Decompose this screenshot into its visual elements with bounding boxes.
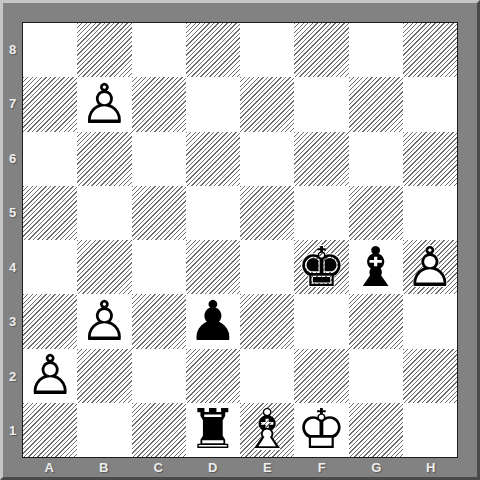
piece-fill: ♟ bbox=[184, 293, 241, 350]
square-b5[interactable] bbox=[77, 186, 131, 240]
square-e5[interactable] bbox=[240, 186, 294, 240]
square-h4[interactable]: ♟♙ bbox=[403, 240, 457, 294]
chess-board: ♟♙♚♚♝♝♟♙♟♙♟♟♟♙♜♜♝♗♚♔ bbox=[22, 22, 458, 458]
square-d6[interactable] bbox=[186, 132, 240, 186]
piece-white-pawn[interactable]: ♙ bbox=[77, 294, 131, 348]
file-labels: ABCDEFGH bbox=[22, 458, 458, 477]
file-label-e: E bbox=[240, 458, 295, 477]
square-h1[interactable] bbox=[403, 403, 457, 457]
piece-black-rook[interactable]: ♜ bbox=[186, 403, 240, 457]
board-frame: 87654321 ♟♙♚♚♝♝♟♙♟♙♟♟♟♙♜♜♝♗♚♔ ABCDEFGH bbox=[0, 0, 480, 480]
square-a2[interactable]: ♟♙ bbox=[23, 349, 77, 403]
square-f5[interactable] bbox=[294, 186, 348, 240]
square-a5[interactable] bbox=[23, 186, 77, 240]
piece-fill: ♟ bbox=[401, 239, 458, 296]
square-g7[interactable] bbox=[349, 77, 403, 131]
square-h7[interactable] bbox=[403, 77, 457, 131]
rank-label-3: 3 bbox=[3, 295, 22, 350]
rank-label-4: 4 bbox=[3, 240, 22, 295]
square-h2[interactable] bbox=[403, 349, 457, 403]
square-h3[interactable] bbox=[403, 294, 457, 348]
square-d3[interactable]: ♟♟ bbox=[186, 294, 240, 348]
square-a3[interactable] bbox=[23, 294, 77, 348]
rank-label-2: 2 bbox=[3, 349, 22, 404]
piece-white-pawn[interactable]: ♙ bbox=[77, 77, 131, 131]
rank-label-5: 5 bbox=[3, 186, 22, 241]
square-b6[interactable] bbox=[77, 132, 131, 186]
square-g3[interactable] bbox=[349, 294, 403, 348]
square-g8[interactable] bbox=[349, 23, 403, 77]
square-f4[interactable]: ♚♚ bbox=[294, 240, 348, 294]
piece-white-pawn[interactable]: ♙ bbox=[23, 349, 77, 403]
square-c1[interactable] bbox=[132, 403, 186, 457]
square-g4[interactable]: ♝♝ bbox=[349, 240, 403, 294]
square-f3[interactable] bbox=[294, 294, 348, 348]
square-b8[interactable] bbox=[77, 23, 131, 77]
square-c7[interactable] bbox=[132, 77, 186, 131]
file-label-b: B bbox=[77, 458, 132, 477]
square-b3[interactable]: ♟♙ bbox=[77, 294, 131, 348]
square-f8[interactable] bbox=[294, 23, 348, 77]
piece-fill: ♚ bbox=[293, 239, 350, 296]
piece-fill: ♟ bbox=[22, 347, 79, 404]
square-g5[interactable] bbox=[349, 186, 403, 240]
square-f6[interactable] bbox=[294, 132, 348, 186]
square-d5[interactable] bbox=[186, 186, 240, 240]
file-label-f: F bbox=[295, 458, 350, 477]
piece-white-bishop[interactable]: ♗ bbox=[240, 403, 294, 457]
file-label-g: G bbox=[349, 458, 404, 477]
square-b7[interactable]: ♟♙ bbox=[77, 77, 131, 131]
rank-label-8: 8 bbox=[3, 22, 22, 77]
piece-fill: ♟ bbox=[76, 293, 133, 350]
square-c3[interactable] bbox=[132, 294, 186, 348]
piece-fill: ♝ bbox=[239, 401, 296, 458]
square-d4[interactable] bbox=[186, 240, 240, 294]
square-e7[interactable] bbox=[240, 77, 294, 131]
square-c8[interactable] bbox=[132, 23, 186, 77]
square-e2[interactable] bbox=[240, 349, 294, 403]
square-d8[interactable] bbox=[186, 23, 240, 77]
square-e6[interactable] bbox=[240, 132, 294, 186]
piece-black-king[interactable]: ♚ bbox=[294, 240, 348, 294]
rank-label-7: 7 bbox=[3, 77, 22, 132]
square-a8[interactable] bbox=[23, 23, 77, 77]
square-h8[interactable] bbox=[403, 23, 457, 77]
square-d1[interactable]: ♜♜ bbox=[186, 403, 240, 457]
square-e8[interactable] bbox=[240, 23, 294, 77]
square-e4[interactable] bbox=[240, 240, 294, 294]
square-g6[interactable] bbox=[349, 132, 403, 186]
square-a4[interactable] bbox=[23, 240, 77, 294]
square-g2[interactable] bbox=[349, 349, 403, 403]
square-h6[interactable] bbox=[403, 132, 457, 186]
square-a7[interactable] bbox=[23, 77, 77, 131]
square-a6[interactable] bbox=[23, 132, 77, 186]
piece-fill: ♝ bbox=[347, 239, 404, 296]
rank-labels: 87654321 bbox=[3, 22, 22, 458]
file-label-d: D bbox=[186, 458, 241, 477]
square-d2[interactable] bbox=[186, 349, 240, 403]
square-h5[interactable] bbox=[403, 186, 457, 240]
square-c4[interactable] bbox=[132, 240, 186, 294]
piece-fill: ♚ bbox=[293, 401, 350, 458]
square-b4[interactable] bbox=[77, 240, 131, 294]
square-f7[interactable] bbox=[294, 77, 348, 131]
piece-white-pawn[interactable]: ♙ bbox=[403, 240, 457, 294]
square-d7[interactable] bbox=[186, 77, 240, 131]
square-e1[interactable]: ♝♗ bbox=[240, 403, 294, 457]
square-c5[interactable] bbox=[132, 186, 186, 240]
square-c2[interactable] bbox=[132, 349, 186, 403]
file-label-h: H bbox=[404, 458, 459, 477]
square-g1[interactable] bbox=[349, 403, 403, 457]
piece-fill: ♜ bbox=[184, 401, 241, 458]
square-b1[interactable] bbox=[77, 403, 131, 457]
piece-black-bishop[interactable]: ♝ bbox=[349, 240, 403, 294]
piece-black-pawn[interactable]: ♟ bbox=[186, 294, 240, 348]
file-label-a: A bbox=[22, 458, 77, 477]
square-f2[interactable] bbox=[294, 349, 348, 403]
square-a1[interactable] bbox=[23, 403, 77, 457]
square-e3[interactable] bbox=[240, 294, 294, 348]
rank-label-6: 6 bbox=[3, 131, 22, 186]
piece-fill: ♟ bbox=[76, 76, 133, 133]
square-b2[interactable] bbox=[77, 349, 131, 403]
rank-label-1: 1 bbox=[3, 404, 22, 459]
square-c6[interactable] bbox=[132, 132, 186, 186]
square-f1[interactable]: ♚♔ bbox=[294, 403, 348, 457]
file-label-c: C bbox=[131, 458, 186, 477]
piece-white-king[interactable]: ♔ bbox=[294, 403, 348, 457]
